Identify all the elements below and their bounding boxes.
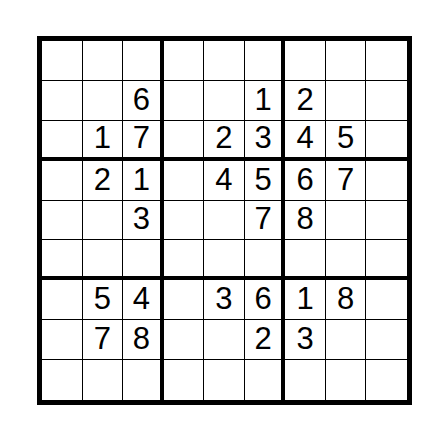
cell-r8c1[interactable] — [42, 320, 83, 360]
cell-r7c6[interactable]: 6 — [245, 280, 286, 320]
cell-r3c1[interactable] — [42, 121, 83, 161]
cell-r7c4[interactable] — [164, 280, 205, 320]
cell-r5c8[interactable] — [326, 201, 367, 241]
cell-r2c4[interactable] — [164, 81, 205, 121]
cell-r9c1[interactable] — [42, 360, 83, 400]
cell-r1c3[interactable] — [123, 41, 164, 81]
cell-r2c6[interactable]: 1 — [245, 81, 286, 121]
cell-r5c6[interactable]: 7 — [245, 201, 286, 241]
cell-r3c6[interactable]: 3 — [245, 121, 286, 161]
cell-r1c4[interactable] — [164, 41, 205, 81]
cell-r1c1[interactable] — [42, 41, 83, 81]
cell-r4c4[interactable] — [164, 161, 205, 201]
cell-r5c9[interactable] — [366, 201, 407, 241]
cell-r9c3[interactable] — [123, 360, 164, 400]
cell-r7c5[interactable]: 3 — [204, 280, 245, 320]
cell-r5c3[interactable]: 3 — [123, 201, 164, 241]
cell-r3c8[interactable]: 5 — [326, 121, 367, 161]
cell-r4c9[interactable] — [366, 161, 407, 201]
cell-r1c8[interactable] — [326, 41, 367, 81]
cell-r7c8[interactable]: 8 — [326, 280, 367, 320]
cell-r6c6[interactable] — [245, 240, 286, 280]
cell-r4c1[interactable] — [42, 161, 83, 201]
cell-r4c3[interactable]: 1 — [123, 161, 164, 201]
cell-r1c7[interactable] — [285, 41, 326, 81]
cell-r6c7[interactable] — [285, 240, 326, 280]
cell-r8c9[interactable] — [366, 320, 407, 360]
cell-r6c3[interactable] — [123, 240, 164, 280]
cell-r2c9[interactable] — [366, 81, 407, 121]
cell-r9c7[interactable] — [285, 360, 326, 400]
cell-r9c6[interactable] — [245, 360, 286, 400]
cell-r3c7[interactable]: 4 — [285, 121, 326, 161]
cell-r9c2[interactable] — [83, 360, 124, 400]
sudoku-board: 6121723452145673785436187823 — [37, 36, 412, 405]
cell-r4c6[interactable]: 5 — [245, 161, 286, 201]
cell-r8c4[interactable] — [164, 320, 205, 360]
cell-r8c2[interactable]: 7 — [83, 320, 124, 360]
cell-r4c5[interactable]: 4 — [204, 161, 245, 201]
cell-r5c4[interactable] — [164, 201, 205, 241]
cell-r6c4[interactable] — [164, 240, 205, 280]
cell-r9c9[interactable] — [366, 360, 407, 400]
cell-r1c2[interactable] — [83, 41, 124, 81]
cell-r2c5[interactable] — [204, 81, 245, 121]
cell-r4c8[interactable]: 7 — [326, 161, 367, 201]
cell-r6c5[interactable] — [204, 240, 245, 280]
cell-r3c2[interactable]: 1 — [83, 121, 124, 161]
cell-r2c3[interactable]: 6 — [123, 81, 164, 121]
cell-r3c5[interactable]: 2 — [204, 121, 245, 161]
cell-r8c3[interactable]: 8 — [123, 320, 164, 360]
cell-r5c5[interactable] — [204, 201, 245, 241]
cell-r3c9[interactable] — [366, 121, 407, 161]
cell-r6c9[interactable] — [366, 240, 407, 280]
cell-r6c2[interactable] — [83, 240, 124, 280]
cell-r8c8[interactable] — [326, 320, 367, 360]
cell-r8c7[interactable]: 3 — [285, 320, 326, 360]
cell-r9c4[interactable] — [164, 360, 205, 400]
page: 6121723452145673785436187823 — [0, 0, 448, 441]
cell-r2c1[interactable] — [42, 81, 83, 121]
cell-r5c2[interactable] — [83, 201, 124, 241]
cell-r2c7[interactable]: 2 — [285, 81, 326, 121]
cell-r4c7[interactable]: 6 — [285, 161, 326, 201]
cell-r2c8[interactable] — [326, 81, 367, 121]
cell-r8c6[interactable]: 2 — [245, 320, 286, 360]
cell-r9c8[interactable] — [326, 360, 367, 400]
cell-r5c7[interactable]: 8 — [285, 201, 326, 241]
cell-r4c2[interactable]: 2 — [83, 161, 124, 201]
cell-r7c7[interactable]: 1 — [285, 280, 326, 320]
cell-r7c1[interactable] — [42, 280, 83, 320]
cell-r7c2[interactable]: 5 — [83, 280, 124, 320]
cell-r3c4[interactable] — [164, 121, 205, 161]
cell-r8c5[interactable] — [204, 320, 245, 360]
cell-r2c2[interactable] — [83, 81, 124, 121]
cell-r1c9[interactable] — [366, 41, 407, 81]
cell-r1c6[interactable] — [245, 41, 286, 81]
cell-r7c3[interactable]: 4 — [123, 280, 164, 320]
cell-r3c3[interactable]: 7 — [123, 121, 164, 161]
cell-r9c5[interactable] — [204, 360, 245, 400]
cell-r6c8[interactable] — [326, 240, 367, 280]
cell-r5c1[interactable] — [42, 201, 83, 241]
cell-r6c1[interactable] — [42, 240, 83, 280]
cell-r7c9[interactable] — [366, 280, 407, 320]
cell-r1c5[interactable] — [204, 41, 245, 81]
